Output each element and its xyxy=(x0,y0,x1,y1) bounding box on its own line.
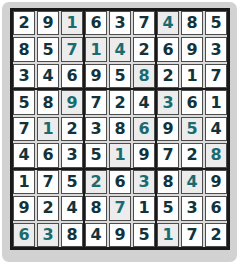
sudoku-cell-r5c7[interactable]: 9 xyxy=(157,117,179,141)
sudoku-cell-r6c3[interactable]: 3 xyxy=(61,143,83,167)
sudoku-cell-r9c1[interactable]: 6 xyxy=(13,223,35,247)
sudoku-cell-r6c9[interactable]: 8 xyxy=(205,143,227,167)
sudoku-cell-r7c5[interactable]: 6 xyxy=(109,170,131,194)
sudoku-cell-r3c8[interactable]: 1 xyxy=(181,64,203,88)
sudoku-cell-r4c3[interactable]: 9 xyxy=(61,90,83,114)
sudoku-cell-r8c1[interactable]: 9 xyxy=(13,196,35,220)
sudoku-box: 637142958 xyxy=(85,11,155,88)
sudoku-box: 361954728 xyxy=(157,90,227,167)
sudoku-cell-r6c2[interactable]: 6 xyxy=(37,143,59,167)
sudoku-cell-r4c8[interactable]: 6 xyxy=(181,90,203,114)
sudoku-cell-r3c1[interactable]: 3 xyxy=(13,64,35,88)
sudoku-cell-r3c4[interactable]: 9 xyxy=(85,64,107,88)
sudoku-cell-r1c6[interactable]: 7 xyxy=(133,11,155,35)
sudoku-cell-r5c1[interactable]: 7 xyxy=(13,117,35,141)
sudoku-cell-r9c4[interactable]: 4 xyxy=(85,223,107,247)
sudoku-cell-r6c4[interactable]: 5 xyxy=(85,143,107,167)
sudoku-cell-r6c6[interactable]: 9 xyxy=(133,143,155,167)
sudoku-cell-r9c6[interactable]: 5 xyxy=(133,223,155,247)
sudoku-cell-r8c6[interactable]: 1 xyxy=(133,196,155,220)
sudoku-cell-r8c2[interactable]: 2 xyxy=(37,196,59,220)
sudoku-box: 724386519 xyxy=(85,90,155,167)
sudoku-cell-r7c4[interactable]: 2 xyxy=(85,170,107,194)
sudoku-cell-r1c8[interactable]: 8 xyxy=(181,11,203,35)
sudoku-cell-r5c9[interactable]: 4 xyxy=(205,117,227,141)
sudoku-cell-r2c3[interactable]: 7 xyxy=(61,37,83,61)
sudoku-cell-r4c5[interactable]: 2 xyxy=(109,90,131,114)
sudoku-cell-r9c7[interactable]: 1 xyxy=(157,223,179,247)
sudoku-cell-r9c5[interactable]: 9 xyxy=(109,223,131,247)
sudoku-cell-r6c8[interactable]: 2 xyxy=(181,143,203,167)
sudoku-cell-r3c3[interactable]: 6 xyxy=(61,64,83,88)
sudoku-cell-r5c6[interactable]: 6 xyxy=(133,117,155,141)
sudoku-cell-r3c9[interactable]: 7 xyxy=(205,64,227,88)
sudoku-cell-r2c5[interactable]: 4 xyxy=(109,37,131,61)
sudoku-cell-r3c7[interactable]: 2 xyxy=(157,64,179,88)
sudoku-cell-r4c2[interactable]: 8 xyxy=(37,90,59,114)
sudoku-cell-r7c9[interactable]: 9 xyxy=(205,170,227,194)
sudoku-cell-r2c2[interactable]: 5 xyxy=(37,37,59,61)
sudoku-cell-r1c5[interactable]: 3 xyxy=(109,11,131,35)
sudoku-cell-r7c1[interactable]: 1 xyxy=(13,170,35,194)
sudoku-cell-r5c3[interactable]: 2 xyxy=(61,117,83,141)
sudoku-cell-r1c7[interactable]: 4 xyxy=(157,11,179,35)
sudoku-cell-r4c7[interactable]: 3 xyxy=(157,90,179,114)
sudoku-cell-r9c2[interactable]: 3 xyxy=(37,223,59,247)
sudoku-cell-r3c5[interactable]: 5 xyxy=(109,64,131,88)
sudoku-cell-r9c9[interactable]: 2 xyxy=(205,223,227,247)
sudoku-cell-r2c6[interactable]: 2 xyxy=(133,37,155,61)
sudoku-cell-r4c4[interactable]: 7 xyxy=(85,90,107,114)
sudoku-cell-r8c9[interactable]: 6 xyxy=(205,196,227,220)
sudoku-board: 2918573466371429584856932175897124637243… xyxy=(10,8,230,250)
sudoku-cell-r6c5[interactable]: 1 xyxy=(109,143,131,167)
sudoku-cell-r5c4[interactable]: 3 xyxy=(85,117,107,141)
sudoku-cell-r2c4[interactable]: 1 xyxy=(85,37,107,61)
sudoku-cell-r4c6[interactable]: 4 xyxy=(133,90,155,114)
sudoku-cell-r1c1[interactable]: 2 xyxy=(13,11,35,35)
sudoku-cell-r8c4[interactable]: 8 xyxy=(85,196,107,220)
sudoku-cell-r7c7[interactable]: 8 xyxy=(157,170,179,194)
sudoku-app: 2918573466371429584856932175897124637243… xyxy=(0,0,240,265)
sudoku-cell-r5c8[interactable]: 5 xyxy=(181,117,203,141)
sudoku-cell-r4c9[interactable]: 1 xyxy=(205,90,227,114)
sudoku-cell-r1c2[interactable]: 9 xyxy=(37,11,59,35)
sudoku-cell-r8c8[interactable]: 3 xyxy=(181,196,203,220)
sudoku-cell-r2c1[interactable]: 8 xyxy=(13,37,35,61)
sudoku-cell-r7c3[interactable]: 5 xyxy=(61,170,83,194)
sudoku-box: 849536172 xyxy=(157,170,227,247)
sudoku-cell-r7c2[interactable]: 7 xyxy=(37,170,59,194)
sudoku-cell-r7c8[interactable]: 4 xyxy=(181,170,203,194)
sudoku-cell-r8c3[interactable]: 4 xyxy=(61,196,83,220)
sudoku-cell-r3c2[interactable]: 4 xyxy=(37,64,59,88)
sudoku-cell-r9c8[interactable]: 7 xyxy=(181,223,203,247)
sudoku-cell-r3c6[interactable]: 8 xyxy=(133,64,155,88)
sudoku-cell-r1c9[interactable]: 5 xyxy=(205,11,227,35)
sudoku-cell-r2c8[interactable]: 9 xyxy=(181,37,203,61)
sudoku-cell-r5c5[interactable]: 8 xyxy=(109,117,131,141)
sudoku-cell-r1c4[interactable]: 6 xyxy=(85,11,107,35)
sudoku-cell-r7c6[interactable]: 3 xyxy=(133,170,155,194)
sudoku-cell-r5c2[interactable]: 1 xyxy=(37,117,59,141)
sudoku-cell-r4c1[interactable]: 5 xyxy=(13,90,35,114)
sudoku-box: 485693217 xyxy=(157,11,227,88)
sudoku-cell-r2c9[interactable]: 3 xyxy=(205,37,227,61)
sudoku-box: 175924638 xyxy=(13,170,83,247)
sudoku-cell-r8c7[interactable]: 5 xyxy=(157,196,179,220)
sudoku-cell-r6c7[interactable]: 7 xyxy=(157,143,179,167)
sudoku-box: 589712463 xyxy=(13,90,83,167)
sudoku-box: 291857346 xyxy=(13,11,83,88)
sudoku-cell-r1c3[interactable]: 1 xyxy=(61,11,83,35)
sudoku-cell-r6c1[interactable]: 4 xyxy=(13,143,35,167)
sudoku-cell-r8c5[interactable]: 7 xyxy=(109,196,131,220)
sudoku-cell-r9c3[interactable]: 8 xyxy=(61,223,83,247)
sudoku-cell-r2c7[interactable]: 6 xyxy=(157,37,179,61)
sudoku-box: 263871495 xyxy=(85,170,155,247)
